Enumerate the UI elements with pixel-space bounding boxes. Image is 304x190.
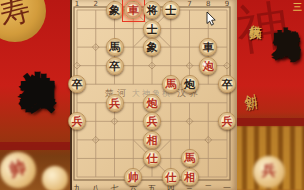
column-label-top: 8 (203, 0, 213, 8)
column-label-bottom: 五 (146, 183, 158, 190)
piece-red-相[interactable]: 相 (143, 131, 161, 149)
column-label-top: 9 (222, 0, 232, 8)
piece-black-象[interactable]: 象 (143, 38, 161, 56)
corner-watermark-logo: 三 (293, 1, 302, 14)
seal-calligraphy-char: 寿 (0, 0, 35, 36)
blurred-piece-photo: 兵 (253, 156, 285, 188)
piece-black-士[interactable]: 士 (162, 1, 180, 19)
column-label-bottom: 七 (109, 183, 121, 190)
piece-red-兵[interactable]: 兵 (106, 94, 124, 112)
column-label-top: 2 (91, 0, 101, 8)
thumbnail-canvas: 寿 帅 大神象棋 神 兵 象棋大师 创新 中炮对屏风马 三 大神象棋 楚河 汉界… (0, 0, 304, 190)
left-photo-strip: 帅 (0, 142, 70, 190)
blurred-piece-photo: 帅 (0, 147, 41, 190)
byline-creative: 创新 (240, 82, 256, 89)
column-label-bottom: 八 (90, 183, 102, 190)
right-title-panel: 神 兵 象棋大师 创新 中炮对屏风马 三 (235, 0, 304, 190)
byline-master: 象棋大师 (247, 14, 263, 18)
mouse-cursor-icon (206, 12, 217, 27)
piece-red-相[interactable]: 相 (181, 168, 199, 186)
piece-black-将[interactable]: 将 (143, 1, 161, 19)
piece-red-仕[interactable]: 仕 (162, 168, 180, 186)
piece-black-炮[interactable]: 炮 (181, 75, 199, 93)
piece-black-卒[interactable]: 卒 (106, 57, 124, 75)
photo-red-band (235, 118, 304, 126)
piece-black-士[interactable]: 士 (143, 20, 161, 38)
sparkle-effect (202, 62, 207, 67)
xiangqi-board[interactable]: 大神象棋 楚河 汉界 123456789九八七六五四三二一象車将士士馬象車卒炮卒… (70, 0, 237, 190)
piece-red-馬[interactable]: 馬 (181, 149, 199, 167)
piece-black-馬[interactable]: 馬 (106, 38, 124, 56)
column-label-bottom: 九 (71, 183, 83, 190)
column-label-top: 1 (72, 0, 82, 8)
channel-title: 大神象棋 (19, 44, 55, 52)
column-label-bottom: 一 (221, 183, 233, 190)
piece-red-炮[interactable]: 炮 (143, 94, 161, 112)
photo-red-band (0, 142, 70, 150)
piece-red-馬[interactable]: 馬 (162, 75, 180, 93)
gold-seal-ornament: 寿 (0, 0, 46, 42)
column-label-top: 7 (185, 0, 195, 8)
column-label-bottom: 二 (202, 183, 214, 190)
right-photo-strip: 兵 (235, 112, 304, 190)
blurred-piece-photo (42, 166, 68, 190)
left-title-panel: 寿 帅 大神象棋 (0, 0, 70, 190)
